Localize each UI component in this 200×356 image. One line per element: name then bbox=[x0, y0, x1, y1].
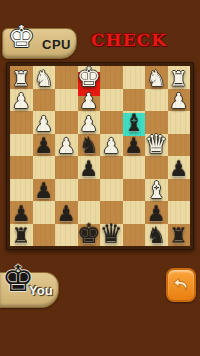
piece-bR-a8[interactable]: ♜ bbox=[12, 226, 31, 247]
chess-app-screen: ♚ CPU CHECK ♜♞♚♞♜♟♟♟♟♟♝♟♟♞♟♟♛♟♟♟♝♟♟♟♜♚♛♞… bbox=[0, 0, 200, 356]
check-status-banner: CHECK bbox=[64, 30, 194, 50]
square-h7[interactable] bbox=[168, 201, 191, 224]
square-g5[interactable] bbox=[145, 156, 168, 179]
undo-arrow-icon bbox=[171, 275, 191, 295]
square-b7[interactable] bbox=[33, 201, 56, 224]
piece-bP-c7[interactable]: ♟ bbox=[57, 204, 76, 225]
square-d6[interactable] bbox=[78, 179, 101, 202]
square-f7[interactable] bbox=[123, 201, 146, 224]
piece-bP-b4[interactable]: ♟ bbox=[34, 136, 53, 157]
piece-bR-h8[interactable]: ♜ bbox=[169, 226, 188, 247]
square-g4[interactable]: ♛ bbox=[145, 134, 168, 157]
piece-wN-g1[interactable]: ♞ bbox=[146, 68, 166, 90]
piece-wQ-g4[interactable]: ♛ bbox=[145, 131, 168, 157]
piece-bP-a7[interactable]: ♟ bbox=[12, 204, 31, 225]
piece-wR-h1[interactable]: ♜ bbox=[169, 69, 188, 90]
square-b8[interactable] bbox=[33, 224, 56, 247]
square-a5[interactable] bbox=[10, 156, 33, 179]
piece-wN-b1[interactable]: ♞ bbox=[34, 68, 54, 90]
square-c6[interactable] bbox=[55, 179, 78, 202]
piece-bB-f3[interactable]: ♝ bbox=[123, 112, 144, 135]
square-c4[interactable]: ♟ bbox=[55, 134, 78, 157]
square-g2[interactable] bbox=[145, 89, 168, 112]
square-a6[interactable] bbox=[10, 179, 33, 202]
square-h3[interactable] bbox=[168, 111, 191, 134]
piece-bP-b6[interactable]: ♟ bbox=[34, 181, 53, 202]
piece-bP-d5[interactable]: ♟ bbox=[79, 159, 98, 180]
square-d5[interactable]: ♟ bbox=[78, 156, 101, 179]
square-e6[interactable] bbox=[100, 179, 123, 202]
square-a8[interactable]: ♜ bbox=[10, 224, 33, 247]
you-player-badge: ♚ You bbox=[0, 272, 59, 308]
square-g6[interactable]: ♝ bbox=[145, 179, 168, 202]
square-d8[interactable]: ♚ bbox=[78, 224, 101, 247]
square-a7[interactable]: ♟ bbox=[10, 201, 33, 224]
square-c8[interactable] bbox=[55, 224, 78, 247]
piece-bQ-e8[interactable]: ♛ bbox=[100, 221, 123, 247]
square-d2[interactable]: ♟ bbox=[78, 89, 101, 112]
you-label: You bbox=[29, 283, 53, 298]
square-f1[interactable] bbox=[123, 66, 146, 89]
square-h1[interactable]: ♜ bbox=[168, 66, 191, 89]
square-a3[interactable] bbox=[10, 111, 33, 134]
square-g8[interactable]: ♞ bbox=[145, 224, 168, 247]
square-c7[interactable]: ♟ bbox=[55, 201, 78, 224]
square-c5[interactable] bbox=[55, 156, 78, 179]
board-frame: ♜♞♚♞♜♟♟♟♟♟♝♟♟♞♟♟♛♟♟♟♝♟♟♟♜♚♛♞♜ bbox=[6, 62, 194, 250]
square-c2[interactable] bbox=[55, 89, 78, 112]
undo-button[interactable] bbox=[166, 268, 196, 302]
piece-wP-h2[interactable]: ♟ bbox=[169, 91, 188, 112]
square-b4[interactable]: ♟ bbox=[33, 134, 56, 157]
square-f2[interactable] bbox=[123, 89, 146, 112]
piece-wP-d3[interactable]: ♟ bbox=[79, 114, 98, 135]
square-e3[interactable] bbox=[100, 111, 123, 134]
piece-bN-g8[interactable]: ♞ bbox=[146, 225, 166, 247]
square-e8[interactable]: ♛ bbox=[100, 224, 123, 247]
square-h2[interactable]: ♟ bbox=[168, 89, 191, 112]
piece-wR-a1[interactable]: ♜ bbox=[12, 69, 31, 90]
square-h4[interactable] bbox=[168, 134, 191, 157]
piece-wP-c4[interactable]: ♟ bbox=[57, 136, 76, 157]
square-g1[interactable]: ♞ bbox=[145, 66, 168, 89]
square-b3[interactable]: ♟ bbox=[33, 111, 56, 134]
square-b2[interactable] bbox=[33, 89, 56, 112]
square-f6[interactable] bbox=[123, 179, 146, 202]
square-e4[interactable]: ♟ bbox=[100, 134, 123, 157]
square-f3[interactable]: ♝ bbox=[123, 111, 146, 134]
square-f4[interactable]: ♟ bbox=[123, 134, 146, 157]
piece-wP-e4[interactable]: ♟ bbox=[102, 136, 121, 157]
square-g7[interactable]: ♟ bbox=[145, 201, 168, 224]
square-h6[interactable] bbox=[168, 179, 191, 202]
piece-wP-a2[interactable]: ♟ bbox=[12, 91, 31, 112]
piece-wK-d1[interactable]: ♚ bbox=[77, 63, 101, 90]
square-a4[interactable] bbox=[10, 134, 33, 157]
square-c3[interactable] bbox=[55, 111, 78, 134]
square-e1[interactable] bbox=[100, 66, 123, 89]
square-f5[interactable] bbox=[123, 156, 146, 179]
piece-bN-d4[interactable]: ♞ bbox=[79, 135, 99, 157]
square-d3[interactable]: ♟ bbox=[78, 111, 101, 134]
square-h5[interactable]: ♟ bbox=[168, 156, 191, 179]
square-d1[interactable]: ♚ bbox=[78, 66, 101, 89]
white-king-icon: ♚ bbox=[8, 22, 35, 52]
piece-wB-g6[interactable]: ♝ bbox=[146, 179, 167, 202]
square-e2[interactable] bbox=[100, 89, 123, 112]
square-a1[interactable]: ♜ bbox=[10, 66, 33, 89]
piece-wP-d2[interactable]: ♟ bbox=[79, 91, 98, 112]
piece-bP-g7[interactable]: ♟ bbox=[147, 204, 166, 225]
square-d4[interactable]: ♞ bbox=[78, 134, 101, 157]
square-h8[interactable]: ♜ bbox=[168, 224, 191, 247]
square-e5[interactable] bbox=[100, 156, 123, 179]
square-a2[interactable]: ♟ bbox=[10, 89, 33, 112]
square-b5[interactable] bbox=[33, 156, 56, 179]
piece-bP-f4[interactable]: ♟ bbox=[124, 136, 143, 157]
piece-bK-d8[interactable]: ♚ bbox=[77, 220, 101, 247]
piece-bP-h5[interactable]: ♟ bbox=[169, 159, 188, 180]
square-b6[interactable]: ♟ bbox=[33, 179, 56, 202]
board: ♜♞♚♞♜♟♟♟♟♟♝♟♟♞♟♟♛♟♟♟♝♟♟♟♜♚♛♞♜ bbox=[10, 66, 190, 246]
piece-wP-b3[interactable]: ♟ bbox=[34, 114, 53, 135]
square-c1[interactable] bbox=[55, 66, 78, 89]
square-b1[interactable]: ♞ bbox=[33, 66, 56, 89]
square-f8[interactable] bbox=[123, 224, 146, 247]
